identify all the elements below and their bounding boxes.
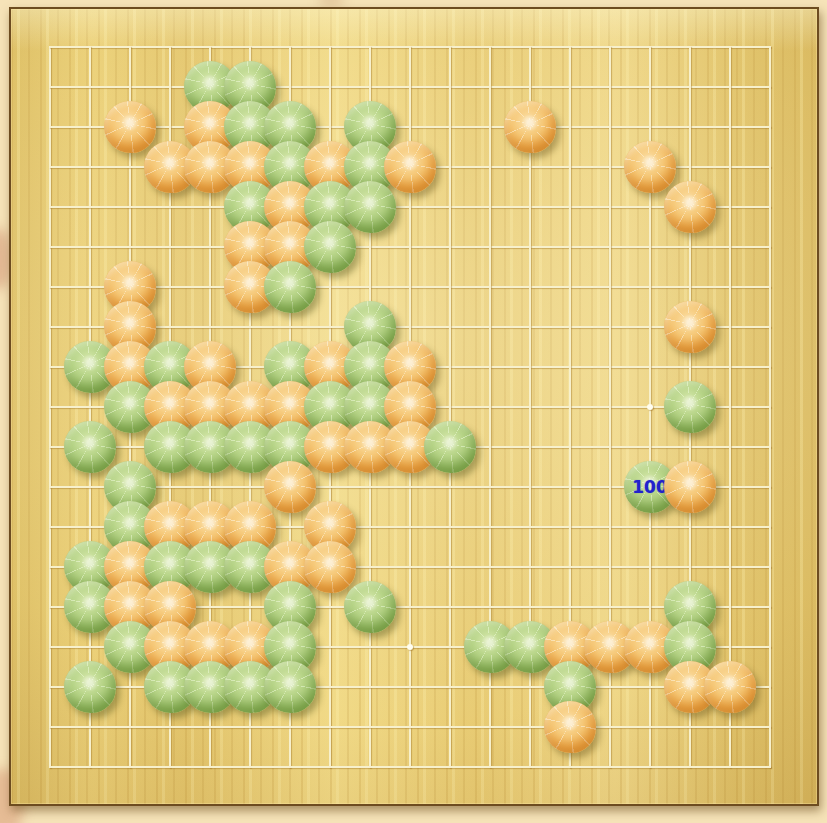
stone-green[interactable]: [264, 661, 316, 713]
stone-orange[interactable]: [664, 181, 716, 233]
stone-orange[interactable]: [544, 701, 596, 753]
go-board[interactable]: 100: [9, 7, 819, 806]
stone-orange[interactable]: [384, 141, 436, 193]
grid-line-vertical: [449, 46, 451, 768]
stone-orange[interactable]: [304, 541, 356, 593]
stone-orange[interactable]: [664, 301, 716, 353]
grid-line-horizontal: [49, 766, 771, 768]
stone-green[interactable]: [424, 421, 476, 473]
stone-green[interactable]: [264, 261, 316, 313]
stone-orange[interactable]: [264, 461, 316, 513]
stone-orange[interactable]: [104, 101, 156, 153]
stone-green[interactable]: [344, 581, 396, 633]
stone-orange[interactable]: [504, 101, 556, 153]
page-background: 100: [0, 0, 827, 823]
stone-green[interactable]: [64, 661, 116, 713]
stone-orange[interactable]: [664, 461, 716, 513]
grid-line-vertical: [769, 46, 771, 768]
star-point: [407, 644, 413, 650]
stone-green[interactable]: [344, 181, 396, 233]
grid-line-vertical: [729, 46, 731, 768]
star-point: [647, 404, 653, 410]
stone-green[interactable]: [64, 421, 116, 473]
stone-orange[interactable]: [624, 141, 676, 193]
stone-green[interactable]: [664, 381, 716, 433]
stone-orange[interactable]: [704, 661, 756, 713]
stone-green[interactable]: [304, 221, 356, 273]
grid-line-horizontal: [49, 726, 771, 728]
